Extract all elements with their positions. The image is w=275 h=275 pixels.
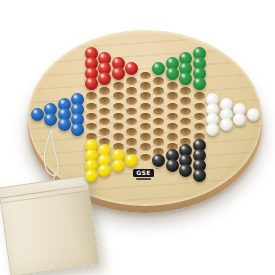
board-hole	[86, 113, 97, 122]
board-hole	[167, 103, 178, 112]
board-hole	[99, 118, 110, 127]
board-hole	[113, 82, 124, 91]
board-hole	[113, 123, 124, 132]
board-hole	[180, 118, 191, 127]
marble-green	[152, 62, 165, 75]
board-hole	[140, 143, 151, 152]
board-hole	[153, 108, 164, 117]
board-hole	[180, 97, 191, 106]
marble-white	[247, 108, 260, 121]
marble-blue	[44, 113, 57, 126]
marble-green	[193, 77, 206, 90]
marble-blue	[58, 118, 71, 131]
board-hole	[126, 138, 137, 147]
board-hole	[126, 77, 137, 86]
board-hole	[113, 92, 124, 101]
marble-black	[166, 159, 179, 172]
board-hole	[86, 103, 97, 112]
board-hole	[126, 118, 137, 127]
board-hole	[140, 72, 151, 81]
bag-fold-shading	[0, 176, 99, 275]
marble-blue	[31, 108, 44, 121]
board-hole	[113, 103, 124, 112]
marble-white	[220, 118, 233, 131]
logo-subtext-line	[136, 178, 151, 180]
board-hole	[167, 123, 178, 132]
marble-white	[233, 113, 246, 126]
marble-black	[152, 154, 165, 167]
marble-red	[125, 62, 138, 75]
marble-black	[179, 164, 192, 177]
board-hole	[86, 123, 97, 132]
board-hole	[126, 128, 137, 137]
board-hole	[140, 154, 151, 163]
board-hole	[126, 108, 137, 117]
board-hole	[140, 103, 151, 112]
board-hole	[140, 133, 151, 142]
marble-black	[193, 169, 206, 182]
marble-red	[85, 77, 98, 90]
board-hole	[99, 128, 110, 137]
board-hole	[140, 113, 151, 122]
board-hole	[99, 87, 110, 96]
board-hole	[194, 92, 205, 101]
board-hole	[140, 92, 151, 101]
marble-yellow	[125, 154, 138, 167]
marble-yellow	[85, 169, 98, 182]
board-hole	[126, 87, 137, 96]
gse-logo: GSE	[133, 169, 154, 177]
board-hole	[153, 128, 164, 137]
board-hole	[126, 97, 137, 106]
board-hole	[140, 123, 151, 132]
board-hole	[86, 92, 97, 101]
board-hole	[180, 128, 191, 137]
board-hole	[180, 108, 191, 117]
marble-red	[112, 67, 125, 80]
board-hole	[153, 87, 164, 96]
board-hole	[153, 97, 164, 106]
board-hole	[153, 77, 164, 86]
board-hole	[140, 82, 151, 91]
marble-yellow	[98, 164, 111, 177]
product-photo: GSE ™	[0, 0, 275, 275]
board-hole	[180, 87, 191, 96]
drawstring-bag	[0, 175, 100, 275]
board-hole	[194, 123, 205, 132]
board-hole	[153, 118, 164, 127]
trademark-symbol: ™	[155, 167, 159, 172]
board-hole	[113, 113, 124, 122]
marble-green	[166, 67, 179, 80]
marble-yellow	[112, 159, 125, 172]
board-hole	[194, 103, 205, 112]
board-hole	[113, 133, 124, 142]
board-hole	[153, 138, 164, 147]
board-hole	[167, 133, 178, 142]
board-hole	[167, 92, 178, 101]
board-hole	[167, 82, 178, 91]
board-hole	[194, 113, 205, 122]
board-hole	[99, 97, 110, 106]
board-hole	[99, 108, 110, 117]
board-hole	[167, 113, 178, 122]
